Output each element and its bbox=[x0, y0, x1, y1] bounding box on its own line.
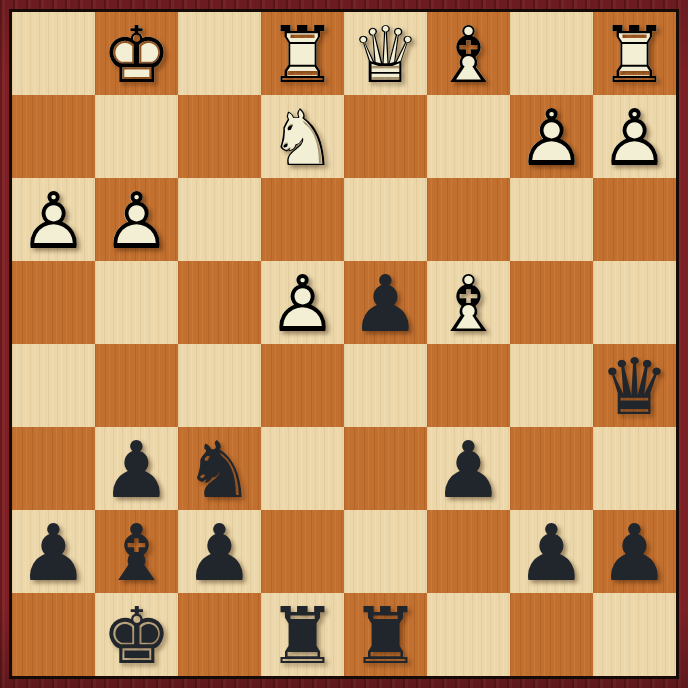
black-piece-body: ♟ bbox=[12, 510, 95, 593]
square-a1[interactable]: ♜♖ bbox=[593, 12, 676, 95]
white-pawn[interactable]: ♟♙ bbox=[261, 261, 344, 344]
black-piece-body: ♟ bbox=[178, 510, 261, 593]
square-e8[interactable]: ♜ bbox=[261, 593, 344, 676]
square-e1[interactable]: ♜♖ bbox=[261, 12, 344, 95]
black-rook[interactable]: ♜ bbox=[261, 593, 344, 676]
white-rook[interactable]: ♜♖ bbox=[261, 12, 344, 95]
square-h3[interactable]: ♟♙ bbox=[12, 178, 95, 261]
white-pawn[interactable]: ♟♙ bbox=[12, 178, 95, 261]
square-g8[interactable]: ♚ bbox=[95, 593, 178, 676]
black-pawn[interactable]: ♟ bbox=[12, 510, 95, 593]
square-h6[interactable] bbox=[12, 427, 95, 510]
square-e3[interactable] bbox=[261, 178, 344, 261]
black-piece-body: ♟ bbox=[593, 510, 676, 593]
square-d2[interactable] bbox=[344, 95, 427, 178]
square-b3[interactable] bbox=[510, 178, 593, 261]
square-b4[interactable] bbox=[510, 261, 593, 344]
black-pawn[interactable]: ♟ bbox=[95, 427, 178, 510]
chess-board: ♚♔♜♖♛♕♝♗♜♖♞♘♟♙♟♙♟♙♟♙♟♙♟♝♗♛♟♞♟♟♝♟♟♟♚♜♜ bbox=[9, 9, 679, 679]
white-knight[interactable]: ♞♘ bbox=[261, 95, 344, 178]
square-c3[interactable] bbox=[427, 178, 510, 261]
black-king[interactable]: ♚ bbox=[95, 593, 178, 676]
white-piece-outline: ♙ bbox=[95, 178, 178, 261]
square-e6[interactable] bbox=[261, 427, 344, 510]
square-c6[interactable]: ♟ bbox=[427, 427, 510, 510]
black-bishop[interactable]: ♝ bbox=[95, 510, 178, 593]
square-b7[interactable]: ♟ bbox=[510, 510, 593, 593]
square-h4[interactable] bbox=[12, 261, 95, 344]
black-queen[interactable]: ♛ bbox=[593, 344, 676, 427]
square-e2[interactable]: ♞♘ bbox=[261, 95, 344, 178]
white-piece-outline: ♙ bbox=[593, 95, 676, 178]
square-a5[interactable]: ♛ bbox=[593, 344, 676, 427]
black-piece-body: ♟ bbox=[344, 261, 427, 344]
square-h1[interactable] bbox=[12, 12, 95, 95]
square-g1[interactable]: ♚♔ bbox=[95, 12, 178, 95]
square-f6[interactable]: ♞ bbox=[178, 427, 261, 510]
black-rook[interactable]: ♜ bbox=[344, 593, 427, 676]
square-g2[interactable] bbox=[95, 95, 178, 178]
square-f3[interactable] bbox=[178, 178, 261, 261]
square-a4[interactable] bbox=[593, 261, 676, 344]
square-b5[interactable] bbox=[510, 344, 593, 427]
square-g6[interactable]: ♟ bbox=[95, 427, 178, 510]
black-pawn[interactable]: ♟ bbox=[593, 510, 676, 593]
square-b6[interactable] bbox=[510, 427, 593, 510]
black-pawn[interactable]: ♟ bbox=[178, 510, 261, 593]
square-e5[interactable] bbox=[261, 344, 344, 427]
black-piece-body: ♝ bbox=[95, 510, 178, 593]
black-knight[interactable]: ♞ bbox=[178, 427, 261, 510]
square-b8[interactable] bbox=[510, 593, 593, 676]
white-pawn[interactable]: ♟♙ bbox=[510, 95, 593, 178]
square-d6[interactable] bbox=[344, 427, 427, 510]
square-g5[interactable] bbox=[95, 344, 178, 427]
white-bishop[interactable]: ♝♗ bbox=[427, 261, 510, 344]
square-g3[interactable]: ♟♙ bbox=[95, 178, 178, 261]
square-h5[interactable] bbox=[12, 344, 95, 427]
white-piece-outline: ♖ bbox=[593, 12, 676, 95]
white-pawn[interactable]: ♟♙ bbox=[593, 95, 676, 178]
square-a3[interactable] bbox=[593, 178, 676, 261]
square-f7[interactable]: ♟ bbox=[178, 510, 261, 593]
square-e7[interactable] bbox=[261, 510, 344, 593]
black-piece-body: ♟ bbox=[427, 427, 510, 510]
black-pawn[interactable]: ♟ bbox=[344, 261, 427, 344]
square-d7[interactable] bbox=[344, 510, 427, 593]
white-piece-outline: ♗ bbox=[427, 12, 510, 95]
square-h2[interactable] bbox=[12, 95, 95, 178]
square-f2[interactable] bbox=[178, 95, 261, 178]
white-piece-outline: ♙ bbox=[12, 178, 95, 261]
white-queen[interactable]: ♛♕ bbox=[344, 12, 427, 95]
square-c8[interactable] bbox=[427, 593, 510, 676]
square-g7[interactable]: ♝ bbox=[95, 510, 178, 593]
square-f5[interactable] bbox=[178, 344, 261, 427]
square-c2[interactable] bbox=[427, 95, 510, 178]
square-e4[interactable]: ♟♙ bbox=[261, 261, 344, 344]
square-a8[interactable] bbox=[593, 593, 676, 676]
square-g4[interactable] bbox=[95, 261, 178, 344]
white-bishop[interactable]: ♝♗ bbox=[427, 12, 510, 95]
square-c4[interactable]: ♝♗ bbox=[427, 261, 510, 344]
square-b1[interactable] bbox=[510, 12, 593, 95]
square-d8[interactable]: ♜ bbox=[344, 593, 427, 676]
square-f8[interactable] bbox=[178, 593, 261, 676]
black-piece-body: ♜ bbox=[261, 593, 344, 676]
white-piece-outline: ♙ bbox=[510, 95, 593, 178]
black-piece-body: ♞ bbox=[178, 427, 261, 510]
square-a7[interactable]: ♟ bbox=[593, 510, 676, 593]
white-piece-outline: ♔ bbox=[95, 12, 178, 95]
square-a2[interactable]: ♟♙ bbox=[593, 95, 676, 178]
white-piece-outline: ♕ bbox=[344, 12, 427, 95]
board-frame: ♚♔♜♖♛♕♝♗♜♖♞♘♟♙♟♙♟♙♟♙♟♙♟♝♗♛♟♞♟♟♝♟♟♟♚♜♜ bbox=[0, 0, 688, 688]
black-piece-body: ♟ bbox=[510, 510, 593, 593]
white-pawn[interactable]: ♟♙ bbox=[95, 178, 178, 261]
black-pawn[interactable]: ♟ bbox=[427, 427, 510, 510]
square-h8[interactable] bbox=[12, 593, 95, 676]
black-piece-body: ♜ bbox=[344, 593, 427, 676]
black-piece-body: ♛ bbox=[593, 344, 676, 427]
square-c1[interactable]: ♝♗ bbox=[427, 12, 510, 95]
square-h7[interactable]: ♟ bbox=[12, 510, 95, 593]
square-d3[interactable] bbox=[344, 178, 427, 261]
square-f1[interactable] bbox=[178, 12, 261, 95]
square-c5[interactable] bbox=[427, 344, 510, 427]
black-pawn[interactable]: ♟ bbox=[510, 510, 593, 593]
square-a6[interactable] bbox=[593, 427, 676, 510]
square-b2[interactable]: ♟♙ bbox=[510, 95, 593, 178]
white-rook[interactable]: ♜♖ bbox=[593, 12, 676, 95]
white-piece-outline: ♘ bbox=[261, 95, 344, 178]
black-piece-body: ♚ bbox=[95, 593, 178, 676]
square-f4[interactable] bbox=[178, 261, 261, 344]
square-d1[interactable]: ♛♕ bbox=[344, 12, 427, 95]
square-d5[interactable] bbox=[344, 344, 427, 427]
white-piece-outline: ♗ bbox=[427, 261, 510, 344]
white-piece-outline: ♙ bbox=[261, 261, 344, 344]
white-piece-outline: ♖ bbox=[261, 12, 344, 95]
white-king[interactable]: ♚♔ bbox=[95, 12, 178, 95]
square-c7[interactable] bbox=[427, 510, 510, 593]
black-piece-body: ♟ bbox=[95, 427, 178, 510]
square-d4[interactable]: ♟ bbox=[344, 261, 427, 344]
